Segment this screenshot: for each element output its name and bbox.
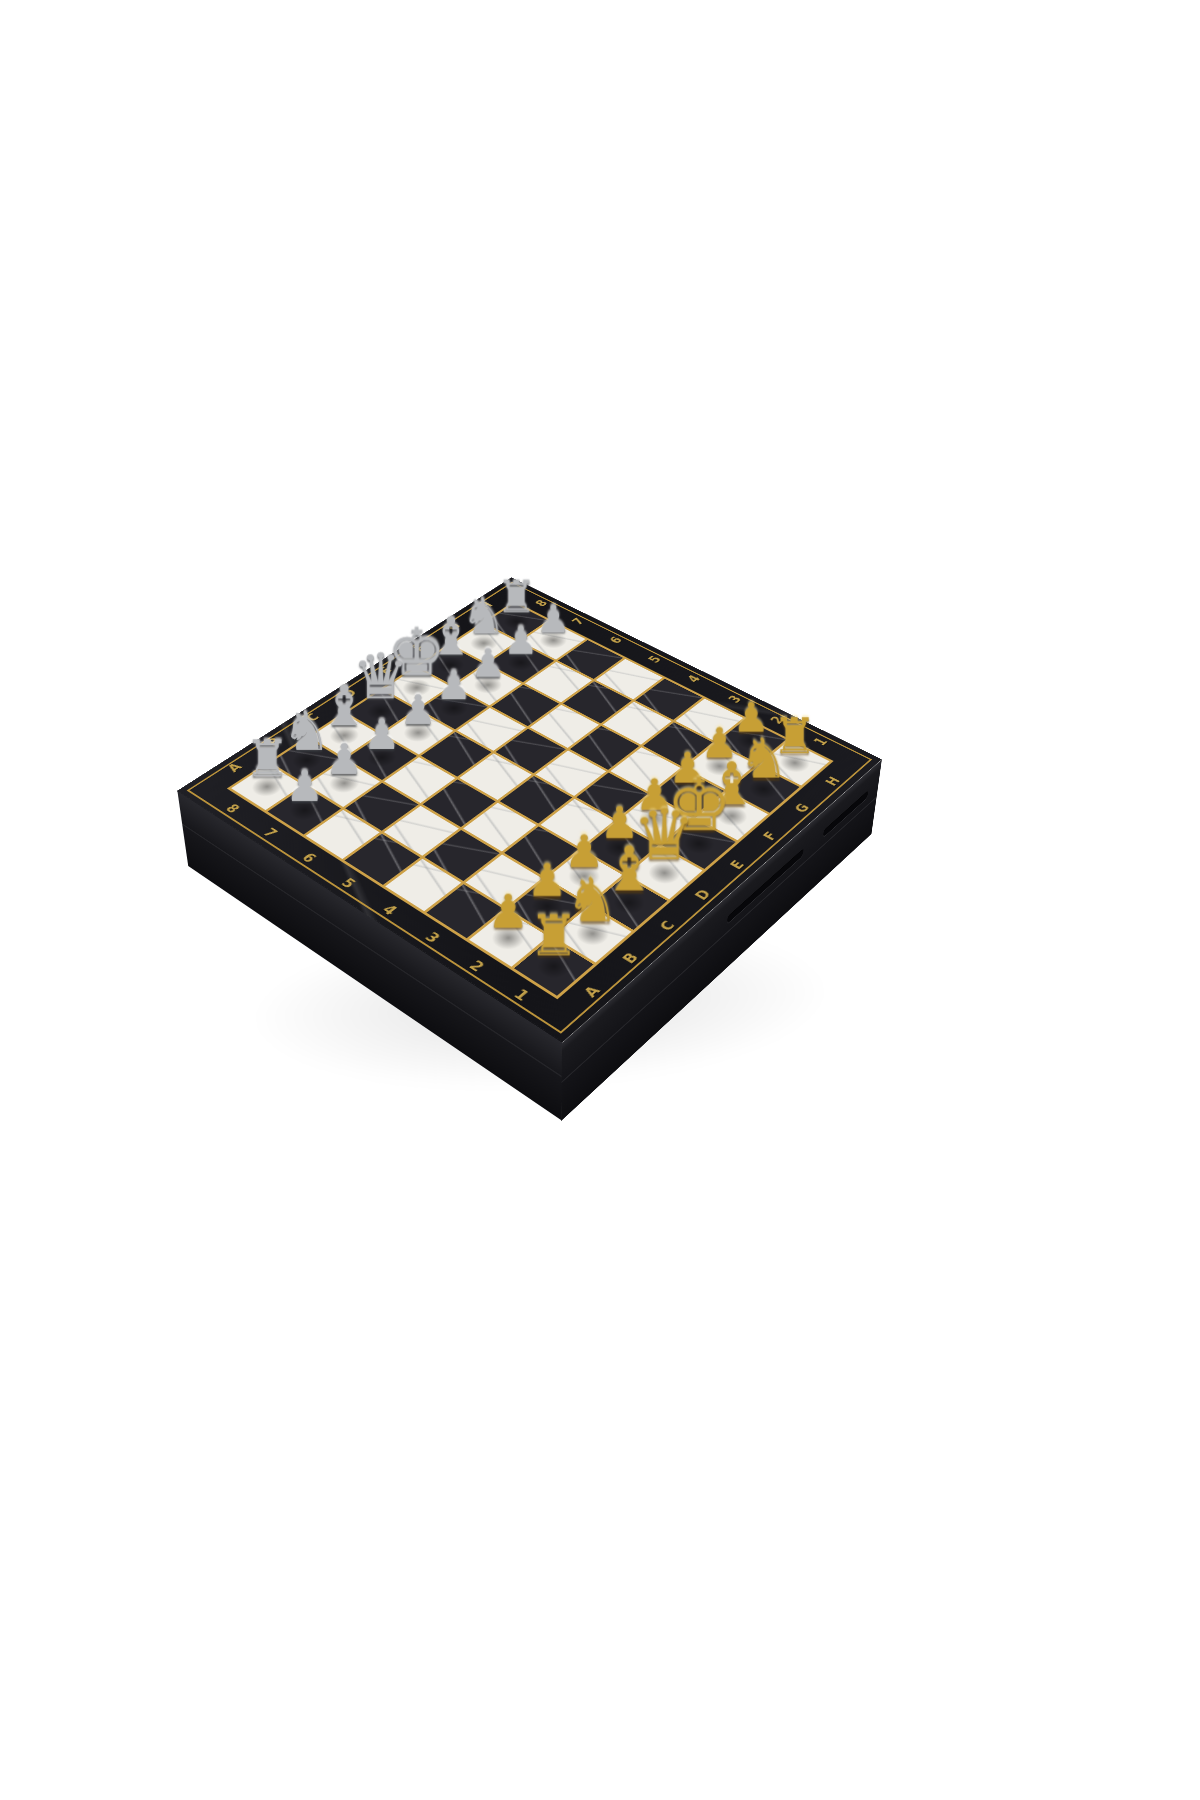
product-photo-stage: ABCDEFGH ABCDEFGH 87654321 87654321 ♜♞♝♛… bbox=[0, 0, 1200, 1800]
black-pawn-a7: ♟ bbox=[272, 765, 338, 808]
white-rook-a1: ♜ bbox=[518, 908, 590, 964]
